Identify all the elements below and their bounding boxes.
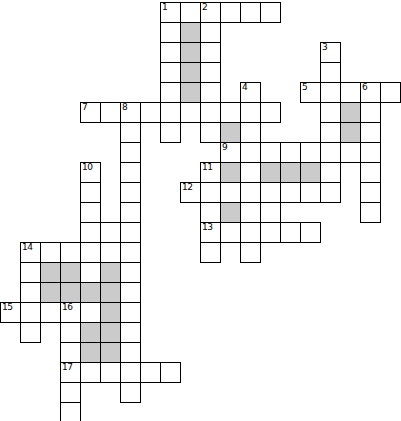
cell-r15c3[interactable]: 16 [60, 302, 81, 323]
shaded-cell-r13c2[interactable] [40, 262, 61, 283]
cell-r4c12[interactable]: 4 [240, 82, 261, 103]
cell-r4c18[interactable]: 6 [360, 82, 381, 103]
cell-r5c7[interactable] [140, 102, 161, 123]
cell-r1c8[interactable] [160, 22, 181, 43]
cell-r17c3[interactable] [60, 342, 81, 363]
cell-r0c12[interactable] [240, 2, 261, 23]
cell-r0c10[interactable]: 2 [200, 2, 221, 23]
cell-r15c2[interactable] [40, 302, 61, 323]
cell-r5c18[interactable] [360, 102, 381, 123]
cell-r10c13[interactable] [260, 202, 281, 223]
cell-r10c10[interactable] [200, 202, 221, 223]
cell-r19c6[interactable] [120, 382, 141, 403]
cell-r6c6[interactable] [120, 122, 141, 143]
shaded-cell-r6c11[interactable] [220, 122, 241, 143]
cell-r11c10[interactable]: 13 [200, 222, 221, 243]
cell-r0c8[interactable]: 1 [160, 2, 181, 23]
shaded-cell-r14c3[interactable] [60, 282, 81, 303]
clue-number-7: 7 [82, 103, 87, 112]
cell-r7c18[interactable] [360, 142, 381, 163]
clue-number-17: 17 [62, 363, 72, 372]
cell-r15c0[interactable]: 15 [0, 302, 21, 323]
cell-r12c4[interactable] [80, 242, 101, 263]
shaded-cell-r8c14[interactable] [280, 162, 301, 183]
cell-r8c16[interactable] [320, 162, 341, 183]
shaded-cell-r14c2[interactable] [40, 282, 61, 303]
clue-number-15: 15 [2, 303, 12, 312]
shaded-cell-r14c5[interactable] [100, 282, 121, 303]
cell-r10c12[interactable] [240, 202, 261, 223]
cell-r6c8[interactable] [160, 122, 181, 143]
clue-number-5: 5 [302, 83, 307, 92]
cell-r18c6[interactable] [120, 362, 141, 383]
cell-r11c11[interactable] [220, 222, 241, 243]
cell-r16c1[interactable] [20, 322, 41, 343]
clue-number-10: 10 [82, 163, 92, 172]
shaded-cell-r2c9[interactable] [180, 42, 201, 63]
cell-r9c10[interactable] [200, 182, 221, 203]
cell-r18c8[interactable] [160, 362, 181, 383]
clue-number-3: 3 [322, 43, 327, 52]
cell-r18c7[interactable] [140, 362, 161, 383]
clue-number-11: 11 [202, 163, 212, 172]
shaded-cell-r16c5[interactable] [100, 322, 121, 343]
cell-r9c11[interactable] [220, 182, 241, 203]
cell-r15c4[interactable] [80, 302, 101, 323]
cell-r9c18[interactable] [360, 182, 381, 203]
cell-r12c1[interactable]: 14 [20, 242, 41, 263]
cell-r7c13[interactable] [260, 142, 281, 163]
cell-r7c16[interactable] [320, 142, 341, 163]
cell-r7c6[interactable] [120, 142, 141, 163]
cell-r11c12[interactable] [240, 222, 261, 243]
cell-r8c6[interactable] [120, 162, 141, 183]
cell-r18c5[interactable] [100, 362, 121, 383]
shaded-cell-r17c4[interactable] [80, 342, 101, 363]
cell-r12c6[interactable] [120, 242, 141, 263]
cell-r2c10[interactable] [200, 42, 221, 63]
shaded-cell-r15c5[interactable] [100, 302, 121, 323]
cell-r4c15[interactable]: 5 [300, 82, 321, 103]
cell-r8c10[interactable]: 11 [200, 162, 221, 183]
cell-r9c12[interactable] [240, 182, 261, 203]
cell-r11c4[interactable] [80, 222, 101, 243]
cell-r6c18[interactable] [360, 122, 381, 143]
cell-r2c8[interactable] [160, 42, 181, 63]
clue-number-8: 8 [122, 103, 127, 112]
cell-r5c16[interactable] [320, 102, 341, 123]
cell-r18c3[interactable]: 17 [60, 362, 81, 383]
cell-r1c10[interactable] [200, 22, 221, 43]
cell-r8c12[interactable] [240, 162, 261, 183]
cell-r9c16[interactable] [320, 182, 341, 203]
shaded-cell-r3c9[interactable] [180, 62, 201, 83]
cell-r15c6[interactable] [120, 302, 141, 323]
shaded-cell-r17c5[interactable] [100, 342, 121, 363]
cell-r5c12[interactable] [240, 102, 261, 123]
cell-r19c3[interactable] [60, 382, 81, 403]
cell-r5c13[interactable] [260, 102, 281, 123]
cell-r8c18[interactable] [360, 162, 381, 183]
cell-r0c11[interactable] [220, 2, 241, 23]
cell-r4c17[interactable] [340, 82, 361, 103]
clue-number-14: 14 [22, 243, 32, 252]
cell-r9c6[interactable] [120, 182, 141, 203]
clue-number-4: 4 [242, 83, 247, 92]
cell-r5c10[interactable] [200, 102, 221, 123]
cell-r13c4[interactable] [80, 262, 101, 283]
shaded-cell-r8c11[interactable] [220, 162, 241, 183]
cell-r5c11[interactable] [220, 102, 241, 123]
cell-r12c3[interactable] [60, 242, 81, 263]
cell-r14c1[interactable] [20, 282, 41, 303]
cell-r0c13[interactable] [260, 2, 281, 23]
cell-r20c3[interactable] [60, 402, 81, 421]
cell-r4c8[interactable] [160, 82, 181, 103]
cell-r6c16[interactable] [320, 122, 341, 143]
shaded-cell-r10c11[interactable] [220, 202, 241, 223]
cell-r11c14[interactable] [280, 222, 301, 243]
cell-r7c15[interactable] [300, 142, 321, 163]
cell-r7c12[interactable] [240, 142, 261, 163]
cell-r11c15[interactable] [300, 222, 321, 243]
shaded-cell-r8c15[interactable] [300, 162, 321, 183]
cell-r9c13[interactable] [260, 182, 281, 203]
crossword-puzzle-page: 1234567891011121314151617 [0, 0, 401, 421]
cell-r12c10[interactable] [200, 242, 221, 263]
shaded-cell-r6c17[interactable] [340, 122, 361, 143]
shaded-cell-r13c3[interactable] [60, 262, 81, 283]
shaded-cell-r4c9[interactable] [180, 82, 201, 103]
cell-r5c6[interactable]: 8 [120, 102, 141, 123]
cell-r8c4[interactable]: 10 [80, 162, 101, 183]
clue-number-12: 12 [182, 183, 192, 192]
shaded-cell-r16c4[interactable] [80, 322, 101, 343]
cell-r9c4[interactable] [80, 182, 101, 203]
cell-r14c6[interactable] [120, 282, 141, 303]
cell-r17c6[interactable] [120, 342, 141, 363]
cell-r16c3[interactable] [60, 322, 81, 343]
cell-r7c11[interactable]: 9 [220, 142, 241, 163]
cell-r9c15[interactable] [300, 182, 321, 203]
crossword-board: 1234567891011121314151617 [0, 0, 401, 421]
cell-r7c14[interactable] [280, 142, 301, 163]
cell-r5c5[interactable] [100, 102, 121, 123]
clue-number-6: 6 [362, 83, 367, 92]
cell-r5c9[interactable] [180, 102, 201, 123]
cell-r10c4[interactable] [80, 202, 101, 223]
cell-r11c13[interactable] [260, 222, 281, 243]
shaded-cell-r14c4[interactable] [80, 282, 101, 303]
cell-r10c6[interactable] [120, 202, 141, 223]
cell-r3c10[interactable] [200, 62, 221, 83]
cell-r6c12[interactable] [240, 122, 261, 143]
clue-number-9: 9 [222, 143, 227, 152]
cell-r12c5[interactable] [100, 242, 121, 263]
cell-r13c1[interactable] [20, 262, 41, 283]
cell-r4c16[interactable] [320, 82, 341, 103]
cell-r3c8[interactable] [160, 62, 181, 83]
shaded-cell-r5c17[interactable] [340, 102, 361, 123]
cell-r5c8[interactable] [160, 102, 181, 123]
cell-r13c6[interactable] [120, 262, 141, 283]
cell-r4c19[interactable] [380, 82, 401, 103]
clue-number-1: 1 [162, 3, 167, 12]
shaded-cell-r1c9[interactable] [180, 22, 201, 43]
cell-r4c10[interactable] [200, 82, 221, 103]
cell-r9c9[interactable]: 12 [180, 182, 201, 203]
cell-r16c6[interactable] [120, 322, 141, 343]
cell-r7c17[interactable] [340, 142, 361, 163]
cell-r10c18[interactable] [360, 202, 381, 223]
cell-r12c2[interactable] [40, 242, 61, 263]
cell-r15c1[interactable] [20, 302, 41, 323]
shaded-cell-r8c13[interactable] [260, 162, 281, 183]
cell-r3c16[interactable] [320, 62, 341, 83]
clue-number-13: 13 [202, 223, 212, 232]
cell-r12c12[interactable] [240, 242, 261, 263]
clue-number-16: 16 [62, 303, 72, 312]
clue-number-2: 2 [202, 3, 207, 12]
cell-r2c16[interactable]: 3 [320, 42, 341, 63]
cell-r18c4[interactable] [80, 362, 101, 383]
cell-r11c6[interactable] [120, 222, 141, 243]
cell-r11c5[interactable] [100, 222, 121, 243]
shaded-cell-r13c5[interactable] [100, 262, 121, 283]
cell-r0c9[interactable] [180, 2, 201, 23]
cell-r6c10[interactable] [200, 122, 221, 143]
cell-r9c14[interactable] [280, 182, 301, 203]
cell-r5c4[interactable]: 7 [80, 102, 101, 123]
